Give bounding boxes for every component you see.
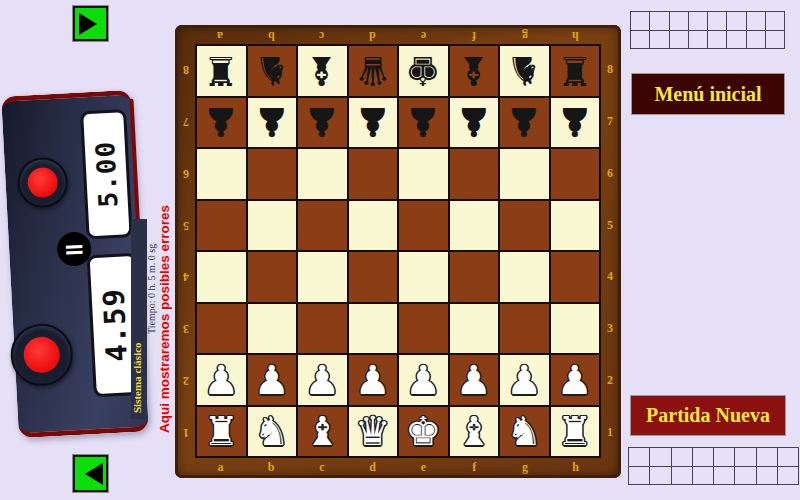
square-h2[interactable]: ♟ <box>551 355 600 405</box>
square-d3[interactable] <box>349 304 398 354</box>
square-c2[interactable]: ♟ <box>298 355 347 405</box>
file-label-g: g <box>500 27 551 44</box>
square-e7[interactable]: ♟ <box>399 98 448 148</box>
square-b3[interactable] <box>248 304 297 354</box>
capture-cell <box>650 12 669 31</box>
square-c7[interactable]: ♟ <box>298 98 347 148</box>
file-label-b: b <box>246 458 297 476</box>
rank-labels-left: 87654321 <box>177 44 195 458</box>
nav-forward-button[interactable] <box>73 6 108 41</box>
rank-label-1: 1 <box>177 406 195 458</box>
play-back-icon <box>85 463 103 485</box>
square-e5[interactable] <box>399 201 448 251</box>
capture-cell <box>650 467 671 486</box>
square-g3[interactable] <box>500 304 549 354</box>
square-d1[interactable]: ♛ <box>349 407 398 457</box>
square-a2[interactable]: ♟ <box>197 355 246 405</box>
rank-label-4: 4 <box>601 251 619 303</box>
square-f2[interactable]: ♟ <box>450 355 499 405</box>
square-g4[interactable] <box>500 252 549 302</box>
piece-white-pawn: ♟ <box>203 360 239 400</box>
square-f5[interactable] <box>450 201 499 251</box>
piece-white-king: ♚ <box>405 411 441 451</box>
square-b6[interactable] <box>248 149 297 199</box>
nav-back-button[interactable] <box>73 455 108 492</box>
piece-white-rook: ♜ <box>557 411 593 451</box>
rank-labels-right: 87654321 <box>601 44 619 458</box>
file-label-d: d <box>347 27 398 44</box>
red-button-cap <box>27 167 59 199</box>
clock-white-plunger-button[interactable] <box>16 156 69 209</box>
capture-cell <box>650 448 671 467</box>
file-label-e: e <box>398 458 449 476</box>
square-b1[interactable]: ♞ <box>248 407 297 457</box>
square-g1[interactable]: ♞ <box>500 407 549 457</box>
square-c8[interactable]: ♝ <box>298 46 347 96</box>
piece-black-queen: ♛ <box>355 51 391 91</box>
square-a3[interactable] <box>197 304 246 354</box>
rank-label-7: 7 <box>601 96 619 148</box>
file-labels-bottom: abcdefgh <box>195 458 601 476</box>
square-d7[interactable]: ♟ <box>349 98 398 148</box>
clock-time-top: 5.00 <box>90 140 123 208</box>
piece-black-bishop: ♝ <box>456 51 492 91</box>
piece-black-knight: ♞ <box>506 51 542 91</box>
capture-cell <box>757 448 778 467</box>
square-e8[interactable]: ♚ <box>399 46 448 96</box>
square-h4[interactable] <box>551 252 600 302</box>
square-f4[interactable] <box>450 252 499 302</box>
piece-black-pawn: ♟ <box>456 102 492 142</box>
piece-white-pawn: ♟ <box>405 360 441 400</box>
square-d5[interactable] <box>349 201 398 251</box>
square-b8[interactable]: ♞ <box>248 46 297 96</box>
square-a7[interactable]: ♟ <box>197 98 246 148</box>
file-label-f: f <box>449 27 500 44</box>
square-h3[interactable] <box>551 304 600 354</box>
rank-label-1: 1 <box>601 406 619 458</box>
capture-cell <box>778 467 799 486</box>
square-e2[interactable]: ♟ <box>399 355 448 405</box>
capture-cell <box>727 12 746 31</box>
capture-cell <box>727 31 746 50</box>
rank-label-7: 7 <box>177 96 195 148</box>
play-forward-icon <box>79 13 97 35</box>
capture-cell <box>766 31 785 50</box>
captured-pieces-grid-bottom <box>628 447 799 485</box>
square-d4[interactable] <box>349 252 398 302</box>
file-label-g: g <box>500 458 551 476</box>
capture-cell <box>693 448 714 467</box>
capture-cell <box>714 467 735 486</box>
square-e6[interactable] <box>399 149 448 199</box>
capture-cell <box>631 31 650 50</box>
piece-black-pawn: ♟ <box>405 102 441 142</box>
square-g8[interactable]: ♞ <box>500 46 549 96</box>
square-f1[interactable]: ♝ <box>450 407 499 457</box>
file-label-h: h <box>550 27 601 44</box>
red-button-cap <box>23 336 61 374</box>
clock-display-top: 5.00 <box>80 109 133 239</box>
square-g7[interactable]: ♟ <box>500 98 549 148</box>
capture-cell <box>631 12 650 31</box>
pause-icon: = <box>63 235 86 262</box>
square-d6[interactable] <box>349 149 398 199</box>
square-c1[interactable]: ♝ <box>298 407 347 457</box>
file-label-b: b <box>246 27 297 44</box>
capture-cell <box>708 31 727 50</box>
piece-black-pawn: ♟ <box>506 102 542 142</box>
capture-cell <box>629 448 650 467</box>
capture-cell <box>672 467 693 486</box>
square-f8[interactable]: ♝ <box>450 46 499 96</box>
captured-pieces-grid-top <box>630 11 785 49</box>
capture-cell <box>735 448 756 467</box>
rank-label-3: 3 <box>601 303 619 355</box>
square-g2[interactable]: ♟ <box>500 355 549 405</box>
rank-label-3: 3 <box>177 303 195 355</box>
rank-label-5: 5 <box>601 199 619 251</box>
square-h7[interactable]: ♟ <box>551 98 600 148</box>
piece-white-pawn: ♟ <box>355 360 391 400</box>
square-e1[interactable]: ♚ <box>399 407 448 457</box>
piece-black-king: ♚ <box>405 51 441 91</box>
piece-black-pawn: ♟ <box>254 102 290 142</box>
square-c5[interactable] <box>298 201 347 251</box>
square-b2[interactable]: ♟ <box>248 355 297 405</box>
file-labels-top: abcdefgh <box>195 27 601 44</box>
square-c3[interactable] <box>298 304 347 354</box>
rank-label-4: 4 <box>177 251 195 303</box>
rank-label-5: 5 <box>177 199 195 251</box>
square-f6[interactable] <box>450 149 499 199</box>
square-a8[interactable]: ♜ <box>197 46 246 96</box>
chess-board: abcdefgh abcdefgh 87654321 87654321 ♜♞♝♛… <box>175 25 621 478</box>
piece-white-pawn: ♟ <box>254 360 290 400</box>
piece-white-pawn: ♟ <box>456 360 492 400</box>
capture-cell <box>689 31 708 50</box>
square-a4[interactable] <box>197 252 246 302</box>
error-note-label: Aqui mostraremos posibles errores <box>157 91 174 433</box>
capture-cell <box>689 12 708 31</box>
file-label-a: a <box>195 458 246 476</box>
piece-white-pawn: ♟ <box>557 360 593 400</box>
square-b4[interactable] <box>248 252 297 302</box>
menu-inicial-button[interactable]: Menú inicial <box>631 73 785 115</box>
file-label-h: h <box>550 458 601 476</box>
piece-white-queen: ♛ <box>355 411 391 451</box>
file-label-a: a <box>195 27 246 44</box>
piece-black-pawn: ♟ <box>355 102 391 142</box>
square-e3[interactable] <box>399 304 448 354</box>
partida-nueva-button[interactable]: Partida Nueva <box>630 395 786 436</box>
capture-cell <box>735 467 756 486</box>
file-label-c: c <box>297 458 348 476</box>
square-b7[interactable]: ♟ <box>248 98 297 148</box>
square-f3[interactable] <box>450 304 499 354</box>
square-g5[interactable] <box>500 201 549 251</box>
capture-cell <box>766 12 785 31</box>
capture-cell <box>672 448 693 467</box>
piece-white-pawn: ♟ <box>506 360 542 400</box>
piece-black-rook: ♜ <box>203 51 239 91</box>
capture-cell <box>778 448 799 467</box>
piece-black-bishop: ♝ <box>304 51 340 91</box>
system-mode-label: Sistema clásico <box>131 219 147 419</box>
square-h1[interactable]: ♜ <box>551 407 600 457</box>
capture-cell <box>629 467 650 486</box>
square-g6[interactable] <box>500 149 549 199</box>
rank-label-6: 6 <box>177 148 195 200</box>
rank-label-8: 8 <box>601 44 619 96</box>
square-d8[interactable]: ♛ <box>349 46 398 96</box>
rank-label-6: 6 <box>601 148 619 200</box>
square-d2[interactable]: ♟ <box>349 355 398 405</box>
rank-label-2: 2 <box>177 355 195 407</box>
file-label-d: d <box>347 458 398 476</box>
file-label-f: f <box>449 458 500 476</box>
clock-time-bottom: 4.59 <box>96 287 134 363</box>
capture-cell <box>650 31 669 50</box>
square-f7[interactable]: ♟ <box>450 98 499 148</box>
piece-white-knight: ♞ <box>506 411 542 451</box>
square-c4[interactable] <box>298 252 347 302</box>
square-h5[interactable] <box>551 201 600 251</box>
square-a6[interactable] <box>197 149 246 199</box>
square-h6[interactable] <box>551 149 600 199</box>
piece-black-pawn: ♟ <box>304 102 340 142</box>
capture-cell <box>747 12 766 31</box>
square-e4[interactable] <box>399 252 448 302</box>
piece-black-knight: ♞ <box>254 51 290 91</box>
square-a1[interactable]: ♜ <box>197 407 246 457</box>
square-a5[interactable] <box>197 201 246 251</box>
clock-black-plunger-button[interactable] <box>9 322 74 387</box>
board-squares: ♜♞♝♛♚♝♞♜♟♟♟♟♟♟♟♟♟♟♟♟♟♟♟♟♜♞♝♛♚♝♞♜ <box>195 44 601 458</box>
piece-black-pawn: ♟ <box>203 102 239 142</box>
piece-white-bishop: ♝ <box>304 411 340 451</box>
rank-label-2: 2 <box>601 355 619 407</box>
capture-cell <box>670 12 689 31</box>
piece-black-pawn: ♟ <box>557 102 593 142</box>
file-label-e: e <box>398 27 449 44</box>
square-h8[interactable]: ♜ <box>551 46 600 96</box>
piece-white-pawn: ♟ <box>304 360 340 400</box>
square-c6[interactable] <box>298 149 347 199</box>
capture-cell <box>757 467 778 486</box>
file-label-c: c <box>297 27 348 44</box>
capture-cell <box>714 448 735 467</box>
capture-cell <box>708 12 727 31</box>
piece-white-bishop: ♝ <box>456 411 492 451</box>
piece-black-rook: ♜ <box>557 51 593 91</box>
square-b5[interactable] <box>248 201 297 251</box>
capture-cell <box>747 31 766 50</box>
capture-cell <box>670 31 689 50</box>
rank-label-8: 8 <box>177 44 195 96</box>
capture-cell <box>693 467 714 486</box>
piece-white-knight: ♞ <box>254 411 290 451</box>
chess-clock: 5.00 4.59 = <box>1 90 149 438</box>
piece-white-rook: ♜ <box>203 411 239 451</box>
